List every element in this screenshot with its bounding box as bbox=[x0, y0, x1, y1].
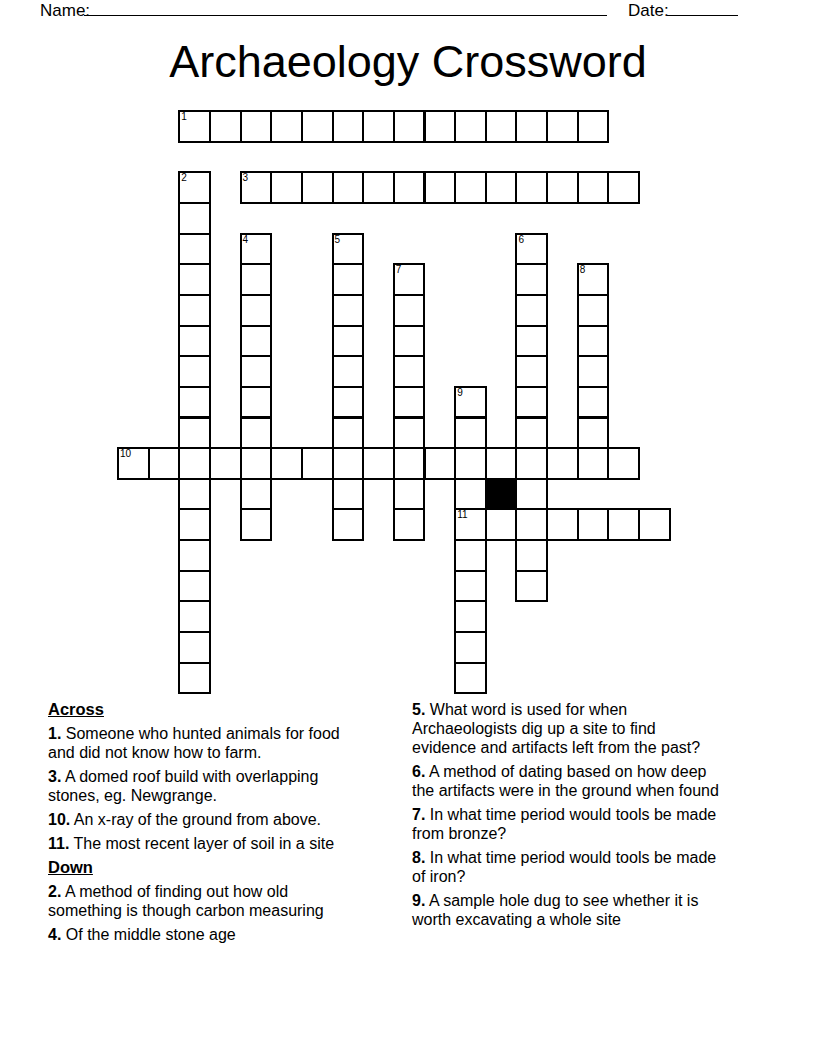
cell-number-2: 2 bbox=[181, 172, 187, 184]
grid-cell-r13c12[interactable] bbox=[485, 508, 518, 541]
grid-cell-r2c7[interactable] bbox=[332, 171, 365, 204]
grid-cell-r11c1[interactable] bbox=[148, 447, 181, 480]
grid-cell-r8c9[interactable] bbox=[393, 355, 426, 388]
clue-heading-across: Across bbox=[48, 700, 350, 719]
grid-cell-r16c11[interactable] bbox=[454, 600, 487, 633]
grid-cell-r0c4[interactable] bbox=[240, 110, 273, 143]
grid-cell-r6c9[interactable] bbox=[393, 294, 426, 327]
date-label: Date: bbox=[628, 1, 669, 21]
clue-number-11: 11. bbox=[48, 835, 69, 852]
grid-cell-r13c7[interactable] bbox=[332, 508, 365, 541]
grid-cell-r6c4[interactable] bbox=[240, 294, 273, 327]
grid-cell-r0c3[interactable] bbox=[209, 110, 242, 143]
grid-cell-r12c13[interactable] bbox=[515, 478, 548, 511]
grid-cell-r4c7[interactable]: 5 bbox=[332, 233, 365, 266]
cell-number-10: 10 bbox=[120, 448, 131, 460]
name-label: Name: bbox=[40, 1, 90, 21]
grid-cell-r11c4[interactable] bbox=[240, 447, 273, 480]
grid-cell-r11c9[interactable] bbox=[393, 447, 426, 480]
clue-number-6: 6. bbox=[412, 763, 425, 780]
clue-number-9: 9. bbox=[412, 892, 425, 909]
cell-number-1: 1 bbox=[181, 111, 187, 123]
clue-8: 8. In what time period would tools be ma… bbox=[412, 848, 724, 886]
grid-cell-r5c9[interactable]: 7 bbox=[393, 263, 426, 296]
grid-cell-r15c11[interactable] bbox=[454, 570, 487, 603]
grid-cell-r0c7[interactable] bbox=[332, 110, 365, 143]
grid-cell-r11c6[interactable] bbox=[301, 447, 334, 480]
grid-cell-r11c16[interactable] bbox=[607, 447, 640, 480]
grid-cell-r4c2[interactable] bbox=[178, 233, 211, 266]
grid-cell-r5c15[interactable]: 8 bbox=[577, 263, 610, 296]
clue-number-1: 1. bbox=[48, 725, 61, 742]
grid-cell-r13c4[interactable] bbox=[240, 508, 273, 541]
clue-1: 1. Someone who hunted animals for food a… bbox=[48, 724, 350, 762]
grid-cell-r10c15[interactable] bbox=[577, 417, 610, 450]
grid-cell-r11c12[interactable] bbox=[485, 447, 518, 480]
grid-cell-r10c13[interactable] bbox=[515, 417, 548, 450]
cell-number-8: 8 bbox=[580, 264, 586, 276]
grid-cell-r2c6[interactable] bbox=[301, 171, 334, 204]
clue-11: 11. The most recent layer of soil in a s… bbox=[48, 834, 350, 853]
grid-cell-r7c13[interactable] bbox=[515, 325, 548, 358]
grid-cell-r0c11[interactable] bbox=[454, 110, 487, 143]
grid-cell-r6c15[interactable] bbox=[577, 294, 610, 327]
cell-number-3: 3 bbox=[243, 172, 249, 184]
crossword-grid: 1234567891011 bbox=[117, 110, 673, 696]
clue-7: 7. In what time period would tools be ma… bbox=[412, 805, 724, 843]
grid-cell-r2c13[interactable] bbox=[515, 171, 548, 204]
clue-number-5: 5. bbox=[412, 701, 425, 718]
grid-cell-r15c2[interactable] bbox=[178, 570, 211, 603]
grid-cell-r8c15[interactable] bbox=[577, 355, 610, 388]
grid-cell-r7c2[interactable] bbox=[178, 325, 211, 358]
grid-cell-r5c7[interactable] bbox=[332, 263, 365, 296]
grid-cell-r3c2[interactable] bbox=[178, 202, 211, 235]
grid-cell-r17c2[interactable] bbox=[178, 631, 211, 664]
grid-cell-r0c9[interactable] bbox=[393, 110, 426, 143]
grid-cell-r10c4[interactable] bbox=[240, 417, 273, 450]
grid-cell-r12c11[interactable] bbox=[454, 478, 487, 511]
grid-cell-r0c15[interactable] bbox=[577, 110, 610, 143]
grid-cell-r10c9[interactable] bbox=[393, 417, 426, 450]
grid-cell-r9c7[interactable] bbox=[332, 386, 365, 419]
grid-cell-r13c2[interactable] bbox=[178, 508, 211, 541]
grid-cell-r9c2[interactable] bbox=[178, 386, 211, 419]
grid-cell-r13c14[interactable] bbox=[546, 508, 579, 541]
grid-cell-r2c8[interactable] bbox=[362, 171, 395, 204]
clue-9: 9. A sample hole dug to see whether it i… bbox=[412, 891, 724, 929]
clue-10: 10. An x-ray of the ground from above. bbox=[48, 810, 350, 829]
grid-cell-r12c2[interactable] bbox=[178, 478, 211, 511]
grid-cell-r8c7[interactable] bbox=[332, 355, 365, 388]
grid-cell-r9c4[interactable] bbox=[240, 386, 273, 419]
grid-cell-r0c5[interactable] bbox=[270, 110, 303, 143]
page-title: Archaeology Crossword bbox=[0, 36, 816, 88]
grid-cell-r0c13[interactable] bbox=[515, 110, 548, 143]
grid-cell-r11c13[interactable] bbox=[515, 447, 548, 480]
grid-cell-r15c13[interactable] bbox=[515, 570, 548, 603]
grid-cell-r11c0[interactable]: 10 bbox=[117, 447, 150, 480]
date-input-line[interactable] bbox=[667, 0, 738, 16]
clue-4: 4. Of the middle stone age bbox=[48, 925, 350, 944]
cell-number-11: 11 bbox=[457, 509, 467, 521]
clue-2: 2. A method of finding out how old somet… bbox=[48, 882, 350, 920]
grid-cell-r11c15[interactable] bbox=[577, 447, 610, 480]
grid-cell-r12c4[interactable] bbox=[240, 478, 273, 511]
grid-cell-r4c13[interactable]: 6 bbox=[515, 233, 548, 266]
grid-cell-r10c2[interactable] bbox=[178, 417, 211, 450]
grid-cell-r11c3[interactable] bbox=[209, 447, 242, 480]
grid-cell-r2c12[interactable] bbox=[485, 171, 518, 204]
grid-cell-r5c13[interactable] bbox=[515, 263, 548, 296]
grid-cell-r2c9[interactable] bbox=[393, 171, 426, 204]
grid-cell-r13c15[interactable] bbox=[577, 508, 610, 541]
name-input-line[interactable] bbox=[84, 0, 607, 16]
grid-cell-r8c13[interactable] bbox=[515, 355, 548, 388]
grid-cell-r11c11[interactable] bbox=[454, 447, 487, 480]
grid-cell-r6c2[interactable] bbox=[178, 294, 211, 327]
grid-cell-r14c2[interactable] bbox=[178, 539, 211, 572]
grid-cell-r0c2[interactable]: 1 bbox=[178, 110, 211, 143]
grid-cell-r0c14[interactable] bbox=[546, 110, 579, 143]
grid-cell-r0c8[interactable] bbox=[362, 110, 395, 143]
black-cell-r12c12 bbox=[485, 478, 518, 511]
grid-cell-r11c10[interactable] bbox=[424, 447, 457, 480]
grid-cell-r16c2[interactable] bbox=[178, 600, 211, 633]
clue-3: 3. A domed roof build with overlapping s… bbox=[48, 767, 350, 805]
grid-cell-r9c13[interactable] bbox=[515, 386, 548, 419]
cell-number-4: 4 bbox=[243, 234, 249, 246]
grid-cell-r11c5[interactable] bbox=[270, 447, 303, 480]
grid-cell-r11c8[interactable] bbox=[362, 447, 395, 480]
grid-cell-r7c9[interactable] bbox=[393, 325, 426, 358]
grid-cell-r7c4[interactable] bbox=[240, 325, 273, 358]
grid-cell-r2c4[interactable]: 3 bbox=[240, 171, 273, 204]
clue-5: 5. What word is used for when Archaeolog… bbox=[412, 700, 724, 757]
grid-cell-r2c15[interactable] bbox=[577, 171, 610, 204]
grid-cell-r11c2[interactable] bbox=[178, 447, 211, 480]
grid-cell-r2c2[interactable]: 2 bbox=[178, 171, 211, 204]
grid-cell-r8c2[interactable] bbox=[178, 355, 211, 388]
clue-number-7: 7. bbox=[412, 806, 425, 823]
grid-cell-r12c7[interactable] bbox=[332, 478, 365, 511]
clue-number-3: 3. bbox=[48, 768, 61, 785]
grid-cell-r0c12[interactable] bbox=[485, 110, 518, 143]
grid-cell-r10c11[interactable] bbox=[454, 417, 487, 450]
cell-number-9: 9 bbox=[457, 387, 463, 399]
worksheet-page: Name: Date: Archaeology Crossword 123456… bbox=[0, 0, 816, 1056]
grid-cell-r2c11[interactable] bbox=[454, 171, 487, 204]
grid-cell-r13c13[interactable] bbox=[515, 508, 548, 541]
grid-cell-r9c11[interactable]: 9 bbox=[454, 386, 487, 419]
cell-number-5: 5 bbox=[335, 234, 341, 246]
grid-cell-r11c14[interactable] bbox=[546, 447, 579, 480]
grid-cell-r7c15[interactable] bbox=[577, 325, 610, 358]
clues-left-column: Across1. Someone who hunted animals for … bbox=[48, 700, 350, 949]
clues-right-column: 5. What word is used for when Archaeolog… bbox=[412, 700, 724, 934]
cell-number-7: 7 bbox=[396, 264, 402, 276]
grid-cell-r13c9[interactable] bbox=[393, 508, 426, 541]
grid-cell-r0c10[interactable] bbox=[424, 110, 457, 143]
grid-cell-r13c16[interactable] bbox=[607, 508, 640, 541]
grid-cell-r6c7[interactable] bbox=[332, 294, 365, 327]
grid-cell-r11c7[interactable] bbox=[332, 447, 365, 480]
grid-cell-r7c7[interactable] bbox=[332, 325, 365, 358]
clue-number-8: 8. bbox=[412, 849, 425, 866]
grid-cell-r18c11[interactable] bbox=[454, 662, 487, 695]
grid-cell-r0c6[interactable] bbox=[301, 110, 334, 143]
grid-cell-r18c2[interactable] bbox=[178, 662, 211, 695]
grid-cell-r10c7[interactable] bbox=[332, 417, 365, 450]
clue-6: 6. A method of dating based on how deep … bbox=[412, 762, 724, 800]
grid-cell-r13c17[interactable] bbox=[638, 508, 671, 541]
clue-number-2: 2. bbox=[48, 883, 61, 900]
grid-cell-r14c13[interactable] bbox=[515, 539, 548, 572]
grid-cell-r2c14[interactable] bbox=[546, 171, 579, 204]
grid-cell-r17c11[interactable] bbox=[454, 631, 487, 664]
grid-cell-r2c10[interactable] bbox=[424, 171, 457, 204]
grid-cell-r2c16[interactable] bbox=[607, 171, 640, 204]
clue-heading-down: Down bbox=[48, 858, 350, 877]
cell-number-6: 6 bbox=[518, 234, 524, 246]
grid-cell-r5c4[interactable] bbox=[240, 263, 273, 296]
grid-cell-r2c5[interactable] bbox=[270, 171, 303, 204]
grid-cell-r5c2[interactable] bbox=[178, 263, 211, 296]
clue-number-4: 4. bbox=[48, 926, 61, 943]
grid-cell-r9c9[interactable] bbox=[393, 386, 426, 419]
grid-cell-r4c4[interactable]: 4 bbox=[240, 233, 273, 266]
grid-cell-r13c11[interactable]: 11 bbox=[454, 508, 487, 541]
clue-number-10: 10. bbox=[48, 811, 70, 828]
grid-cell-r12c9[interactable] bbox=[393, 478, 426, 511]
grid-cell-r8c4[interactable] bbox=[240, 355, 273, 388]
grid-cell-r14c11[interactable] bbox=[454, 539, 487, 572]
grid-cell-r6c13[interactable] bbox=[515, 294, 548, 327]
grid-cell-r9c15[interactable] bbox=[577, 386, 610, 419]
